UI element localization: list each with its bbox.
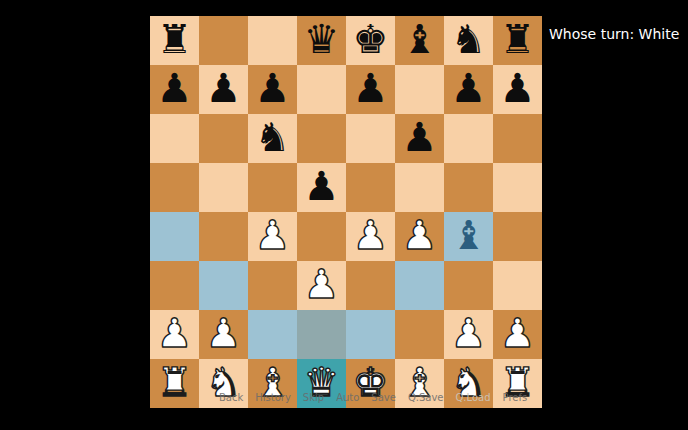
- square-f8[interactable]: ♝: [395, 16, 444, 65]
- square-f4[interactable]: ♟: [395, 212, 444, 261]
- piece-black-pawn: ♟: [500, 64, 536, 113]
- square-d4[interactable]: [297, 212, 346, 261]
- piece-black-knight: ♞: [255, 113, 291, 162]
- square-h7[interactable]: ♟: [493, 65, 542, 114]
- piece-black-pawn: ♟: [304, 162, 340, 211]
- square-g7[interactable]: ♟: [444, 65, 493, 114]
- piece-black-pawn: ♟: [402, 113, 438, 162]
- piece-black-queen: ♛: [304, 15, 340, 64]
- menu-skip-button[interactable]: Skip: [303, 392, 324, 404]
- piece-white-rook: ♜: [157, 358, 193, 407]
- square-b2[interactable]: ♟: [199, 310, 248, 359]
- piece-black-pawn: ♟: [255, 64, 291, 113]
- square-a1[interactable]: ♜: [150, 359, 199, 408]
- piece-black-rook: ♜: [500, 15, 536, 64]
- square-h4[interactable]: [493, 212, 542, 261]
- menu-qsave-button[interactable]: Q.Save: [408, 392, 444, 404]
- app-background: Whose turn: White ♜♛♚♝♞♜♟♟♟♟♟♟♞♟♟♟♟♟♝♟♟♟…: [0, 0, 688, 430]
- square-b3[interactable]: [199, 261, 248, 310]
- square-d5[interactable]: ♟: [297, 163, 346, 212]
- piece-white-pawn: ♟: [451, 309, 487, 358]
- square-f2[interactable]: [395, 310, 444, 359]
- square-a5[interactable]: [150, 163, 199, 212]
- square-c8[interactable]: [248, 16, 297, 65]
- square-b6[interactable]: [199, 114, 248, 163]
- menu-auto-button[interactable]: Auto: [336, 392, 359, 404]
- square-b8[interactable]: [199, 16, 248, 65]
- square-g2[interactable]: ♟: [444, 310, 493, 359]
- menu-prefs-button[interactable]: Prefs: [503, 392, 528, 404]
- piece-white-pawn: ♟: [353, 211, 389, 260]
- menu-save-button[interactable]: Save: [371, 392, 396, 404]
- square-e2[interactable]: [346, 310, 395, 359]
- piece-black-knight: ♞: [451, 15, 487, 64]
- piece-black-rook: ♜: [157, 15, 193, 64]
- piece-white-pawn: ♟: [255, 211, 291, 260]
- square-d6[interactable]: [297, 114, 346, 163]
- square-e8[interactable]: ♚: [346, 16, 395, 65]
- square-e5[interactable]: [346, 163, 395, 212]
- piece-black-bishop: ♝: [451, 211, 487, 260]
- piece-black-pawn: ♟: [206, 64, 242, 113]
- square-c7[interactable]: ♟: [248, 65, 297, 114]
- square-g3[interactable]: [444, 261, 493, 310]
- menu-qload-button[interactable]: Q.Load: [456, 392, 491, 404]
- square-c6[interactable]: ♞: [248, 114, 297, 163]
- square-a8[interactable]: ♜: [150, 16, 199, 65]
- square-e6[interactable]: [346, 114, 395, 163]
- square-e3[interactable]: [346, 261, 395, 310]
- square-h6[interactable]: [493, 114, 542, 163]
- square-c5[interactable]: [248, 163, 297, 212]
- square-b5[interactable]: [199, 163, 248, 212]
- square-h3[interactable]: [493, 261, 542, 310]
- piece-white-pawn: ♟: [402, 211, 438, 260]
- square-f5[interactable]: [395, 163, 444, 212]
- square-a6[interactable]: [150, 114, 199, 163]
- square-g5[interactable]: [444, 163, 493, 212]
- square-a3[interactable]: [150, 261, 199, 310]
- square-h2[interactable]: ♟: [493, 310, 542, 359]
- piece-black-pawn: ♟: [353, 64, 389, 113]
- square-e7[interactable]: ♟: [346, 65, 395, 114]
- square-c3[interactable]: [248, 261, 297, 310]
- piece-black-bishop: ♝: [402, 15, 438, 64]
- square-f6[interactable]: ♟: [395, 114, 444, 163]
- piece-white-pawn: ♟: [206, 309, 242, 358]
- menu-history-button[interactable]: History: [255, 392, 291, 404]
- square-a7[interactable]: ♟: [150, 65, 199, 114]
- square-g4[interactable]: ♝: [444, 212, 493, 261]
- square-a4[interactable]: [150, 212, 199, 261]
- square-g8[interactable]: ♞: [444, 16, 493, 65]
- square-c4[interactable]: ♟: [248, 212, 297, 261]
- chess-board: ♜♛♚♝♞♜♟♟♟♟♟♟♞♟♟♟♟♟♝♟♟♟♟♟♜♞♝♛♚♝♞♜: [150, 16, 542, 408]
- square-d2[interactable]: [297, 310, 346, 359]
- square-f7[interactable]: [395, 65, 444, 114]
- square-c2[interactable]: [248, 310, 297, 359]
- turn-indicator: Whose turn: White: [549, 26, 679, 42]
- square-b7[interactable]: ♟: [199, 65, 248, 114]
- square-d7[interactable]: [297, 65, 346, 114]
- piece-black-pawn: ♟: [451, 64, 487, 113]
- piece-white-pawn: ♟: [304, 260, 340, 309]
- square-b4[interactable]: [199, 212, 248, 261]
- square-g6[interactable]: [444, 114, 493, 163]
- square-h5[interactable]: [493, 163, 542, 212]
- square-d8[interactable]: ♛: [297, 16, 346, 65]
- menu-bar: Back History Skip Auto Save Q.Save Q.Loa…: [219, 392, 527, 404]
- menu-back-button[interactable]: Back: [219, 392, 243, 404]
- square-a2[interactable]: ♟: [150, 310, 199, 359]
- piece-white-pawn: ♟: [157, 309, 193, 358]
- piece-white-pawn: ♟: [500, 309, 536, 358]
- square-d3[interactable]: ♟: [297, 261, 346, 310]
- square-h8[interactable]: ♜: [493, 16, 542, 65]
- square-f3[interactable]: [395, 261, 444, 310]
- piece-black-king: ♚: [353, 15, 389, 64]
- square-e4[interactable]: ♟: [346, 212, 395, 261]
- piece-black-pawn: ♟: [157, 64, 193, 113]
